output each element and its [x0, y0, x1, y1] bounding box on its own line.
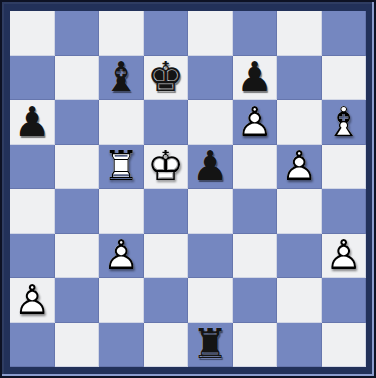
- square-f4[interactable]: [233, 189, 278, 234]
- bishop-outline-glyph: ♗: [322, 100, 367, 145]
- square-g1[interactable]: [277, 323, 322, 368]
- square-e3[interactable]: [188, 234, 233, 279]
- pawn-filled-glyph: ♟: [188, 145, 233, 190]
- square-g8[interactable]: [277, 11, 322, 56]
- square-h1[interactable]: [322, 323, 367, 368]
- square-f5[interactable]: [233, 145, 278, 190]
- white-pawn[interactable]: ♟♙: [322, 234, 367, 279]
- square-f6[interactable]: ♟♙: [233, 100, 278, 145]
- square-g6[interactable]: [277, 100, 322, 145]
- board-frame: ♝♚♟♟♟♙♝♗♜♖♚♔♟♟♙♟♙♟♙♟♙♜: [0, 0, 376, 378]
- square-e1[interactable]: ♜: [188, 323, 233, 368]
- black-rook[interactable]: ♜: [188, 323, 233, 368]
- square-c4[interactable]: [99, 189, 144, 234]
- black-bishop[interactable]: ♝: [99, 56, 144, 101]
- square-d5[interactable]: ♚♔: [144, 145, 189, 190]
- square-e7[interactable]: [188, 56, 233, 101]
- pawn-outline-glyph: ♙: [99, 234, 144, 279]
- pawn-outline-glyph: ♙: [322, 234, 367, 279]
- square-g2[interactable]: [277, 278, 322, 323]
- square-g3[interactable]: [277, 234, 322, 279]
- white-king[interactable]: ♚♔: [144, 145, 189, 190]
- square-b5[interactable]: [55, 145, 100, 190]
- square-a8[interactable]: [10, 11, 55, 56]
- square-e2[interactable]: [188, 278, 233, 323]
- square-h2[interactable]: [322, 278, 367, 323]
- square-c6[interactable]: [99, 100, 144, 145]
- square-b8[interactable]: [55, 11, 100, 56]
- square-f3[interactable]: [233, 234, 278, 279]
- square-g7[interactable]: [277, 56, 322, 101]
- square-h5[interactable]: [322, 145, 367, 190]
- square-a3[interactable]: [10, 234, 55, 279]
- king-outline-glyph: ♔: [144, 145, 189, 190]
- white-pawn[interactable]: ♟♙: [99, 234, 144, 279]
- square-a7[interactable]: [10, 56, 55, 101]
- square-b7[interactable]: [55, 56, 100, 101]
- square-b4[interactable]: [55, 189, 100, 234]
- square-h6[interactable]: ♝♗: [322, 100, 367, 145]
- pawn-outline-glyph: ♙: [233, 100, 278, 145]
- white-pawn[interactable]: ♟♙: [277, 145, 322, 190]
- square-c7[interactable]: ♝: [99, 56, 144, 101]
- white-bishop[interactable]: ♝♗: [322, 100, 367, 145]
- square-d1[interactable]: [144, 323, 189, 368]
- square-e8[interactable]: [188, 11, 233, 56]
- square-f8[interactable]: [233, 11, 278, 56]
- square-f1[interactable]: [233, 323, 278, 368]
- square-d6[interactable]: [144, 100, 189, 145]
- square-a4[interactable]: [10, 189, 55, 234]
- chess-board: ♝♚♟♟♟♙♝♗♜♖♚♔♟♟♙♟♙♟♙♟♙♜: [10, 11, 366, 367]
- square-d2[interactable]: [144, 278, 189, 323]
- square-c3[interactable]: ♟♙: [99, 234, 144, 279]
- pawn-filled-glyph: ♟: [10, 100, 55, 145]
- black-pawn[interactable]: ♟: [10, 100, 55, 145]
- square-a2[interactable]: ♟♙: [10, 278, 55, 323]
- square-c2[interactable]: [99, 278, 144, 323]
- king-filled-glyph: ♚: [144, 56, 189, 101]
- square-c5[interactable]: ♜♖: [99, 145, 144, 190]
- pawn-outline-glyph: ♙: [10, 278, 55, 323]
- white-pawn[interactable]: ♟♙: [233, 100, 278, 145]
- bishop-filled-glyph: ♝: [99, 56, 144, 101]
- square-d3[interactable]: [144, 234, 189, 279]
- pawn-outline-glyph: ♙: [277, 145, 322, 190]
- black-king[interactable]: ♚: [144, 56, 189, 101]
- square-c8[interactable]: [99, 11, 144, 56]
- white-rook[interactable]: ♜♖: [99, 145, 144, 190]
- square-e4[interactable]: [188, 189, 233, 234]
- square-c1[interactable]: [99, 323, 144, 368]
- square-f2[interactable]: [233, 278, 278, 323]
- black-pawn[interactable]: ♟: [233, 56, 278, 101]
- square-d8[interactable]: [144, 11, 189, 56]
- square-a5[interactable]: [10, 145, 55, 190]
- square-h7[interactable]: [322, 56, 367, 101]
- square-g5[interactable]: ♟♙: [277, 145, 322, 190]
- pawn-filled-glyph: ♟: [233, 56, 278, 101]
- square-e5[interactable]: ♟: [188, 145, 233, 190]
- rook-outline-glyph: ♖: [99, 145, 144, 190]
- white-pawn[interactable]: ♟♙: [10, 278, 55, 323]
- black-pawn[interactable]: ♟: [188, 145, 233, 190]
- square-b6[interactable]: [55, 100, 100, 145]
- square-d7[interactable]: ♚: [144, 56, 189, 101]
- square-b1[interactable]: [55, 323, 100, 368]
- square-d4[interactable]: [144, 189, 189, 234]
- square-b2[interactable]: [55, 278, 100, 323]
- square-h4[interactable]: [322, 189, 367, 234]
- square-f7[interactable]: ♟: [233, 56, 278, 101]
- square-b3[interactable]: [55, 234, 100, 279]
- square-e6[interactable]: [188, 100, 233, 145]
- rook-filled-glyph: ♜: [188, 323, 233, 368]
- square-a6[interactable]: ♟: [10, 100, 55, 145]
- square-g4[interactable]: [277, 189, 322, 234]
- square-h3[interactable]: ♟♙: [322, 234, 367, 279]
- square-a1[interactable]: [10, 323, 55, 368]
- square-h8[interactable]: [322, 11, 367, 56]
